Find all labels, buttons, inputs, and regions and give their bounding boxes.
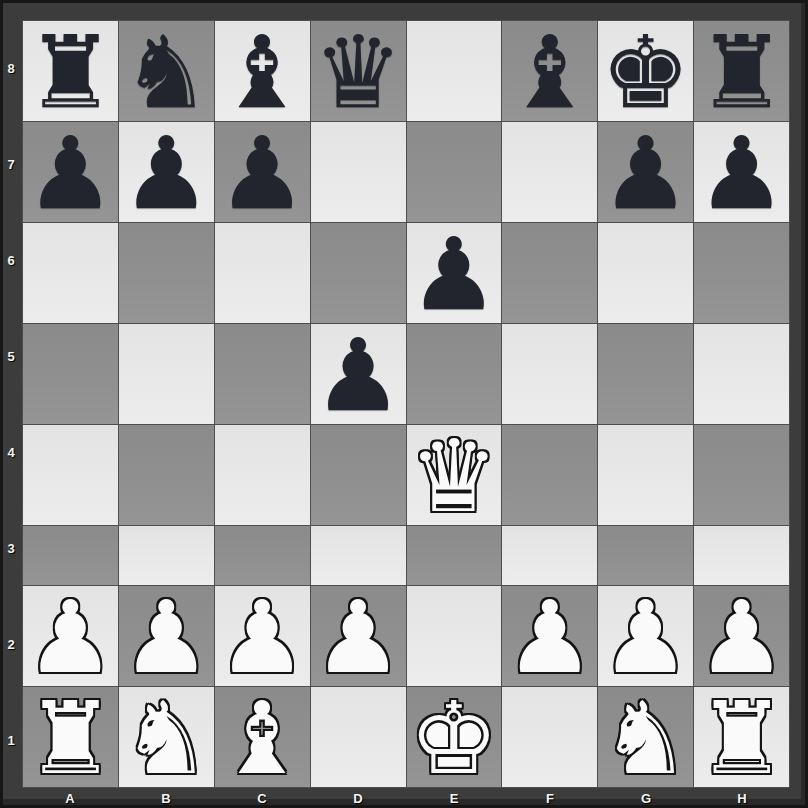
white-pawn-piece[interactable]: ♟ bbox=[697, 588, 787, 688]
rank-label-4: 4 bbox=[0, 404, 22, 500]
square-g7[interactable]: ♟ bbox=[598, 122, 693, 222]
square-f7[interactable] bbox=[502, 122, 597, 222]
square-d8[interactable]: ♛ bbox=[311, 21, 406, 121]
white-queen-piece[interactable]: ♛ bbox=[409, 427, 499, 527]
rank-label-7: 7 bbox=[0, 116, 22, 212]
square-f4[interactable] bbox=[502, 425, 597, 525]
black-queen-piece[interactable]: ♛ bbox=[313, 23, 403, 123]
file-label-h: H bbox=[694, 788, 790, 808]
square-c8[interactable]: ♝ bbox=[215, 21, 310, 121]
black-rook-piece[interactable]: ♜ bbox=[26, 23, 116, 123]
white-pawn-piece[interactable]: ♟ bbox=[601, 588, 691, 688]
file-label-c: C bbox=[214, 788, 310, 808]
white-knight-piece[interactable]: ♞ bbox=[601, 689, 691, 789]
square-e8[interactable] bbox=[407, 21, 502, 121]
square-f2[interactable]: ♟ bbox=[502, 586, 597, 686]
square-d2[interactable]: ♟ bbox=[311, 586, 406, 686]
black-pawn-piece[interactable]: ♟ bbox=[601, 124, 691, 224]
square-a3[interactable] bbox=[23, 526, 118, 585]
black-bishop-piece[interactable]: ♝ bbox=[217, 23, 307, 123]
square-a4[interactable] bbox=[23, 425, 118, 525]
square-a2[interactable]: ♟ bbox=[23, 586, 118, 686]
chess-board: ♜♞♝♛♝♚♜♟♟♟♟♟♟♟♛♟♟♟♟♟♟♟♜♞♝♚♞♜ bbox=[22, 20, 790, 788]
white-pawn-piece[interactable]: ♟ bbox=[505, 588, 595, 688]
square-g3[interactable] bbox=[598, 526, 693, 585]
square-f6[interactable] bbox=[502, 223, 597, 323]
rank-label-5: 5 bbox=[0, 308, 22, 404]
black-bishop-piece[interactable]: ♝ bbox=[505, 23, 595, 123]
square-f8[interactable]: ♝ bbox=[502, 21, 597, 121]
file-label-f: F bbox=[502, 788, 598, 808]
black-pawn-piece[interactable]: ♟ bbox=[217, 124, 307, 224]
square-b3[interactable] bbox=[119, 526, 214, 585]
square-g8[interactable]: ♚ bbox=[598, 21, 693, 121]
white-pawn-piece[interactable]: ♟ bbox=[26, 588, 116, 688]
black-pawn-piece[interactable]: ♟ bbox=[26, 124, 116, 224]
square-a5[interactable] bbox=[23, 324, 118, 424]
square-c6[interactable] bbox=[215, 223, 310, 323]
black-pawn-piece[interactable]: ♟ bbox=[409, 225, 499, 325]
square-d1[interactable] bbox=[311, 687, 406, 787]
black-pawn-piece[interactable]: ♟ bbox=[697, 124, 787, 224]
square-e2[interactable] bbox=[407, 586, 502, 686]
square-g6[interactable] bbox=[598, 223, 693, 323]
square-c3[interactable] bbox=[215, 526, 310, 585]
square-h7[interactable]: ♟ bbox=[694, 122, 789, 222]
square-g5[interactable] bbox=[598, 324, 693, 424]
square-h4[interactable] bbox=[694, 425, 789, 525]
square-c1[interactable]: ♝ bbox=[215, 687, 310, 787]
rank-label-3: 3 bbox=[0, 500, 22, 596]
square-c2[interactable]: ♟ bbox=[215, 586, 310, 686]
square-b4[interactable] bbox=[119, 425, 214, 525]
square-a1[interactable]: ♜ bbox=[23, 687, 118, 787]
white-pawn-piece[interactable]: ♟ bbox=[313, 588, 403, 688]
square-h1[interactable]: ♜ bbox=[694, 687, 789, 787]
square-h8[interactable]: ♜ bbox=[694, 21, 789, 121]
file-label-d: D bbox=[310, 788, 406, 808]
square-g1[interactable]: ♞ bbox=[598, 687, 693, 787]
square-b1[interactable]: ♞ bbox=[119, 687, 214, 787]
rank-coordinates: 87654321 bbox=[0, 20, 22, 788]
square-h2[interactable]: ♟ bbox=[694, 586, 789, 686]
square-h3[interactable] bbox=[694, 526, 789, 585]
square-d3[interactable] bbox=[311, 526, 406, 585]
square-e5[interactable] bbox=[407, 324, 502, 424]
square-f5[interactable] bbox=[502, 324, 597, 424]
square-a7[interactable]: ♟ bbox=[23, 122, 118, 222]
rank-label-6: 6 bbox=[0, 212, 22, 308]
square-e7[interactable] bbox=[407, 122, 502, 222]
file-label-g: G bbox=[598, 788, 694, 808]
square-f1[interactable] bbox=[502, 687, 597, 787]
square-d4[interactable] bbox=[311, 425, 406, 525]
file-label-e: E bbox=[406, 788, 502, 808]
black-rook-piece[interactable]: ♜ bbox=[697, 23, 787, 123]
white-rook-piece[interactable]: ♜ bbox=[697, 689, 787, 789]
black-pawn-piece[interactable]: ♟ bbox=[121, 124, 211, 224]
black-pawn-piece[interactable]: ♟ bbox=[313, 326, 403, 426]
square-h5[interactable] bbox=[694, 324, 789, 424]
square-b8[interactable]: ♞ bbox=[119, 21, 214, 121]
square-c5[interactable] bbox=[215, 324, 310, 424]
file-label-a: A bbox=[22, 788, 118, 808]
white-bishop-piece[interactable]: ♝ bbox=[217, 689, 307, 789]
white-knight-piece[interactable]: ♞ bbox=[121, 689, 211, 789]
white-pawn-piece[interactable]: ♟ bbox=[121, 588, 211, 688]
square-d6[interactable] bbox=[311, 223, 406, 323]
square-g4[interactable] bbox=[598, 425, 693, 525]
white-pawn-piece[interactable]: ♟ bbox=[217, 588, 307, 688]
square-h6[interactable] bbox=[694, 223, 789, 323]
square-f3[interactable] bbox=[502, 526, 597, 585]
file-label-b: B bbox=[118, 788, 214, 808]
white-king-piece[interactable]: ♚ bbox=[409, 689, 499, 789]
square-c7[interactable]: ♟ bbox=[215, 122, 310, 222]
square-b6[interactable] bbox=[119, 223, 214, 323]
chess-board-frame: ♜♞♝♛♝♚♜♟♟♟♟♟♟♟♛♟♟♟♟♟♟♟♜♞♝♚♞♜ 87654321 AB… bbox=[0, 0, 808, 808]
square-e6[interactable]: ♟ bbox=[407, 223, 502, 323]
square-e1[interactable]: ♚ bbox=[407, 687, 502, 787]
white-rook-piece[interactable]: ♜ bbox=[26, 689, 116, 789]
black-king-piece[interactable]: ♚ bbox=[601, 23, 691, 123]
square-e4[interactable]: ♛ bbox=[407, 425, 502, 525]
rank-label-8: 8 bbox=[0, 20, 22, 116]
square-d7[interactable] bbox=[311, 122, 406, 222]
file-coordinates: ABCDEFGH bbox=[22, 788, 790, 808]
square-b7[interactable]: ♟ bbox=[119, 122, 214, 222]
rank-label-1: 1 bbox=[0, 692, 22, 788]
black-knight-piece[interactable]: ♞ bbox=[121, 23, 211, 123]
square-a8[interactable]: ♜ bbox=[23, 21, 118, 121]
square-d5[interactable]: ♟ bbox=[311, 324, 406, 424]
square-b2[interactable]: ♟ bbox=[119, 586, 214, 686]
square-b5[interactable] bbox=[119, 324, 214, 424]
square-c4[interactable] bbox=[215, 425, 310, 525]
square-a6[interactable] bbox=[23, 223, 118, 323]
square-g2[interactable]: ♟ bbox=[598, 586, 693, 686]
rank-label-2: 2 bbox=[0, 596, 22, 692]
